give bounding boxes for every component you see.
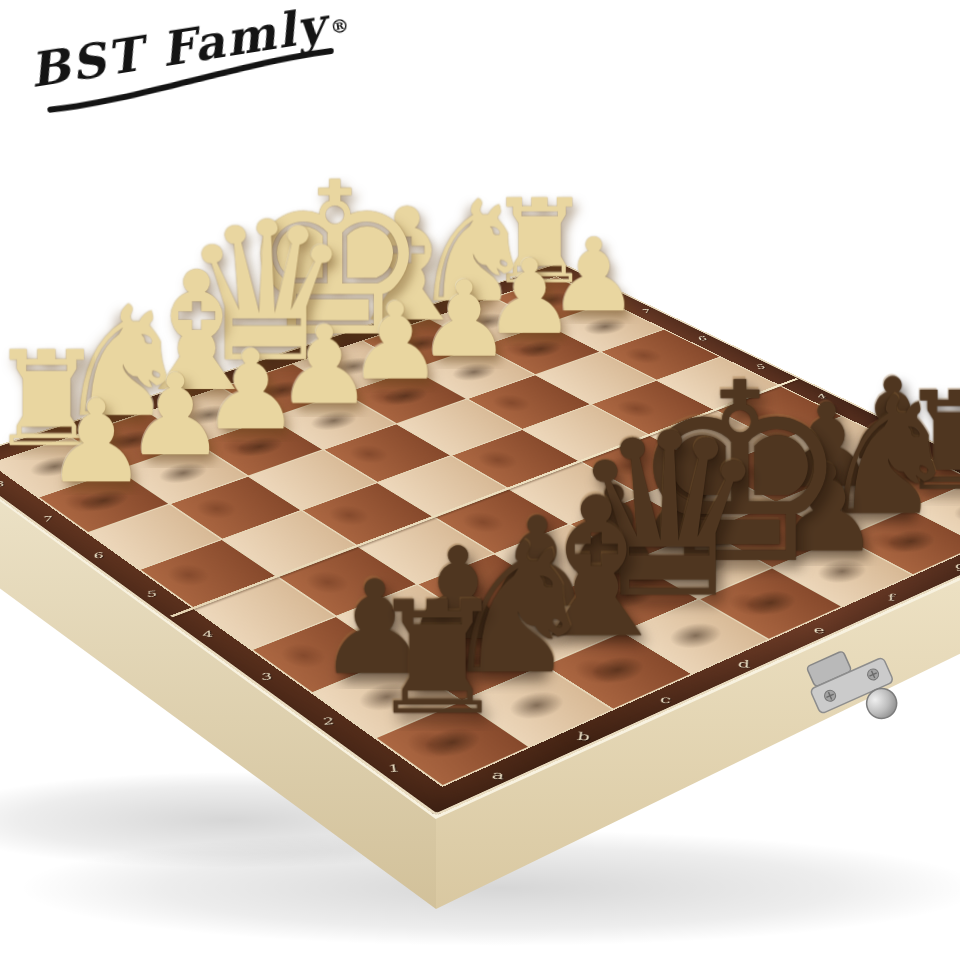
black-rook-a1: ♜ [368, 581, 508, 737]
rank-labels-left-5: 5 [147, 589, 157, 599]
piece-shadow [364, 378, 446, 413]
file-label-c: c [659, 693, 671, 706]
rank-labels-left-1: 1 [387, 762, 400, 775]
piece-shadow [217, 428, 302, 466]
rank-labels-left-3: 3 [261, 671, 273, 682]
piece-shadow [292, 403, 376, 439]
rank-labels-left-4: 4 [202, 629, 213, 640]
piece-shadow [139, 454, 226, 493]
file-label-g: g [955, 561, 960, 572]
file-label-f: f [888, 592, 895, 603]
perspective-wrapper: ♜♞♝♛♚♝♞♜♟♟♟♟♟♟♟♟♟♟♟♟♟♟♟♜♞♝♛♚♟♞♜ abcdefgh… [0, 0, 960, 960]
piece-shadow [59, 480, 148, 521]
rank-labels-left-6: 6 [94, 551, 104, 561]
file-label-b: b [576, 730, 591, 743]
piece-shadow [401, 716, 504, 771]
piece-shadow [433, 355, 514, 389]
white-pawn-a7: ♟ [45, 384, 148, 499]
file-label-e: e [814, 624, 825, 636]
rank-labels-left-8: 8 [0, 480, 5, 489]
file-label-a: a [491, 768, 506, 782]
rank-labels-left-7: 7 [43, 514, 53, 523]
chess-board: ♜♞♝♛♚♝♞♜♟♟♟♟♟♟♟♟♟♟♟♟♟♟♟♜♞♝♛♚♟♞♜ abcdefgh… [0, 262, 960, 816]
piece-shadow [501, 333, 580, 366]
product-photo-stage: ♜♞♝♛♚♝♞♜♟♟♟♟♟♟♟♟♟♟♟♟♟♟♟♜♞♝♛♚♟♞♜ abcdefgh… [0, 0, 960, 960]
board-grid: ♜♞♝♛♚♝♞♜♟♟♟♟♟♟♟♟♟♟♟♟♟♟♟♜♞♝♛♚♟♞♜ [0, 276, 960, 787]
rank-labels-left-2: 2 [322, 715, 334, 727]
file-label-d: d [737, 658, 750, 670]
rank-labels-right-7: 7 [641, 308, 652, 315]
registered-trademark-icon: ® [328, 13, 350, 38]
